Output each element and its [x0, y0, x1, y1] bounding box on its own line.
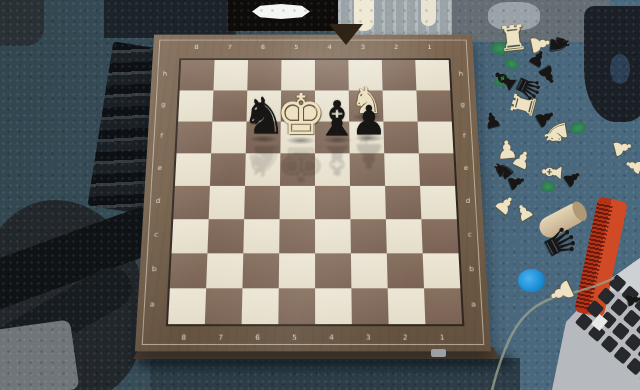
- white-king-glyph: ♚: [276, 89, 326, 141]
- loose-piece-black-pawn[interactable]: ♟: [624, 290, 640, 309]
- piece-white-king-f5[interactable]: ♚♚: [276, 89, 326, 141]
- loose-piece-white-knight[interactable]: ♞: [539, 117, 573, 149]
- scene: 87654321 87654321 hgfedcba hgfedcba ♞♞♚♚…: [0, 0, 640, 390]
- piece-reflection: ♚: [276, 143, 326, 187]
- black-pawn-glyph: ♟: [623, 290, 640, 310]
